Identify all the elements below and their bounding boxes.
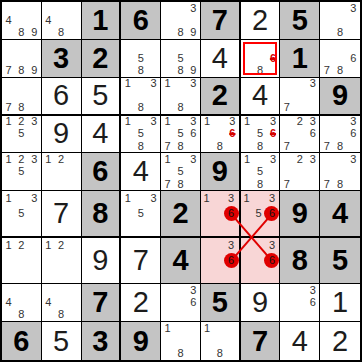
entered-value: 2 bbox=[332, 327, 348, 356]
cell-r8c6[interactable]: 5 bbox=[201, 284, 241, 322]
empty-candidate-slot bbox=[333, 52, 346, 64]
empty-candidate-slot bbox=[147, 40, 160, 52]
empty-candidate-slot bbox=[241, 128, 254, 140]
candidate-3: 3 bbox=[347, 116, 360, 128]
empty-candidate-slot bbox=[201, 268, 212, 283]
entered-value: 4 bbox=[212, 44, 228, 73]
candidate-3: 3 bbox=[306, 78, 319, 90]
empty-candidate-slot bbox=[28, 102, 41, 114]
cell-r1c4[interactable]: 6 bbox=[121, 2, 161, 40]
empty-candidate-slot bbox=[161, 297, 174, 309]
cell-r8c5[interactable]: 36 bbox=[161, 284, 201, 322]
empty-candidate-slot bbox=[253, 191, 265, 206]
empty-candidate-slot bbox=[201, 347, 214, 360]
empty-candidate-slot bbox=[306, 166, 319, 178]
candidate-9: 9 bbox=[28, 27, 41, 39]
cell-r4c7[interactable]: 13568 bbox=[241, 116, 281, 154]
given-value: 4 bbox=[172, 246, 188, 275]
cell-r2c8[interactable]: 1 bbox=[280, 40, 320, 78]
empty-candidate-slot bbox=[2, 52, 15, 64]
candidate-8: 8 bbox=[134, 140, 147, 152]
candidate-2: 2 bbox=[15, 238, 28, 253]
cell-r4c9[interactable]: 3678 bbox=[320, 116, 360, 154]
given-value: 7 bbox=[252, 327, 268, 356]
candidate-3: 3 bbox=[147, 78, 160, 90]
cell-r2c6[interactable]: 4 bbox=[201, 40, 241, 78]
candidate-grid: 68 bbox=[241, 40, 280, 77]
candidate-1: 1 bbox=[241, 116, 254, 128]
candidate-4: 4 bbox=[2, 297, 15, 309]
cell-r4c1[interactable]: 1235 bbox=[2, 116, 42, 154]
empty-candidate-slot bbox=[42, 2, 55, 14]
empty-candidate-slot bbox=[161, 102, 174, 114]
empty-candidate-slot bbox=[15, 221, 28, 236]
cell-r9c9[interactable]: 2 bbox=[320, 322, 360, 360]
candidate-9: 9 bbox=[187, 64, 200, 76]
given-value: 5 bbox=[292, 6, 308, 35]
candidate-grid: 1356 bbox=[241, 191, 280, 236]
cell-r3c7[interactable]: 4 bbox=[241, 78, 281, 116]
empty-candidate-slot bbox=[280, 153, 293, 165]
candidate-7: 7 bbox=[320, 140, 333, 152]
cell-r9c3[interactable]: 3 bbox=[82, 322, 122, 360]
candidate-grid: 135 bbox=[121, 191, 160, 236]
empty-candidate-slot bbox=[254, 153, 267, 165]
candidate-8: 8 bbox=[174, 178, 187, 190]
empty-candidate-slot bbox=[2, 40, 15, 52]
cell-r5c8[interactable]: 237 bbox=[280, 153, 320, 191]
cell-r2c4[interactable]: 58 bbox=[121, 40, 161, 78]
candidate-8: 8 bbox=[174, 27, 187, 39]
given-value: 6 bbox=[13, 327, 29, 356]
circled-candidate-6: 6 bbox=[224, 206, 239, 221]
cell-r1c2[interactable]: 48 bbox=[42, 2, 82, 40]
candidate-grid: 13568 bbox=[241, 116, 280, 153]
cell-r6c9[interactable]: 4 bbox=[320, 191, 360, 238]
cell-r6c4[interactable]: 135 bbox=[121, 191, 161, 238]
candidate-grid: 18 bbox=[201, 322, 239, 360]
candidate-8: 8 bbox=[174, 102, 187, 114]
candidate-1: 1 bbox=[2, 238, 15, 253]
empty-candidate-slot bbox=[280, 116, 293, 128]
empty-candidate-slot bbox=[161, 52, 174, 64]
candidate-1: 1 bbox=[42, 153, 55, 165]
candidate-8: 8 bbox=[333, 27, 346, 39]
empty-candidate-slot bbox=[226, 322, 239, 335]
empty-candidate-slot bbox=[280, 309, 293, 321]
given-value: 2 bbox=[172, 199, 188, 228]
cell-r7c8[interactable]: 8 bbox=[280, 238, 320, 284]
candidate-slot-6: 6 bbox=[264, 206, 279, 221]
empty-candidate-slot bbox=[68, 178, 81, 190]
empty-candidate-slot bbox=[187, 347, 200, 360]
empty-candidate-slot bbox=[201, 238, 212, 253]
empty-candidate-slot bbox=[15, 268, 28, 283]
empty-candidate-slot bbox=[293, 78, 306, 90]
cell-r3c2[interactable]: 6 bbox=[42, 78, 82, 116]
candidate-8: 8 bbox=[254, 64, 267, 76]
entered-value: 4 bbox=[133, 157, 149, 186]
candidate-grid: 135 bbox=[2, 191, 41, 236]
empty-candidate-slot bbox=[2, 128, 15, 140]
candidate-grid: 48 bbox=[2, 284, 41, 321]
empty-candidate-slot bbox=[187, 140, 200, 152]
given-value: 3 bbox=[92, 327, 108, 356]
cell-r9c1[interactable]: 6 bbox=[2, 322, 42, 360]
empty-candidate-slot bbox=[28, 52, 41, 64]
empty-candidate-slot bbox=[306, 178, 319, 190]
cell-r6c8[interactable]: 9 bbox=[280, 191, 320, 238]
cell-r4c6[interactable]: 1368 bbox=[201, 116, 241, 154]
empty-candidate-slot bbox=[2, 90, 15, 102]
cell-r8c4[interactable]: 2 bbox=[121, 284, 161, 322]
candidate-3: 3 bbox=[306, 284, 319, 296]
empty-candidate-slot bbox=[212, 268, 223, 283]
empty-candidate-slot bbox=[147, 206, 160, 221]
cell-r5c6[interactable]: 9 bbox=[201, 153, 241, 191]
cell-r6c7[interactable]: 1356 bbox=[241, 191, 281, 238]
cell-r8c3[interactable]: 7 bbox=[82, 284, 122, 322]
candidate-grid: 378 bbox=[320, 153, 360, 190]
candidate-4: 4 bbox=[42, 14, 55, 26]
empty-candidate-slot bbox=[254, 116, 267, 128]
cell-r1c5[interactable]: 389 bbox=[161, 2, 201, 40]
empty-candidate-slot bbox=[264, 221, 279, 236]
empty-candidate-slot bbox=[147, 90, 160, 102]
cell-r2c1[interactable]: 789 bbox=[2, 40, 42, 78]
circled-candidate-6: 6 bbox=[264, 206, 279, 221]
eliminated-candidate-6: 6 bbox=[267, 52, 280, 64]
candidate-4: 4 bbox=[42, 297, 55, 309]
empty-candidate-slot bbox=[15, 2, 28, 14]
candidate-grid: 135678 bbox=[161, 116, 200, 153]
cell-r8c2[interactable]: 48 bbox=[42, 284, 82, 322]
candidate-grid: 138 bbox=[161, 78, 200, 114]
empty-candidate-slot bbox=[333, 153, 346, 165]
empty-candidate-slot bbox=[15, 14, 28, 26]
empty-candidate-slot bbox=[347, 64, 360, 76]
candidate-8: 8 bbox=[333, 178, 346, 190]
candidate-8: 8 bbox=[134, 64, 147, 76]
empty-candidate-slot bbox=[134, 191, 147, 206]
empty-candidate-slot bbox=[293, 297, 306, 309]
candidate-grid: 37 bbox=[280, 78, 319, 114]
given-value: 1 bbox=[292, 44, 308, 73]
cell-r2c9[interactable]: 678 bbox=[320, 40, 360, 78]
empty-candidate-slot bbox=[121, 90, 134, 102]
entered-value: 2 bbox=[252, 6, 268, 35]
cell-r9c2[interactable]: 5 bbox=[42, 322, 82, 360]
cell-r5c4[interactable]: 4 bbox=[121, 153, 161, 191]
empty-candidate-slot bbox=[147, 64, 160, 76]
candidate-2: 2 bbox=[293, 116, 306, 128]
empty-candidate-slot bbox=[293, 140, 306, 152]
candidate-6: 6 bbox=[306, 297, 319, 309]
cell-r6c6[interactable]: 136 bbox=[201, 191, 241, 238]
given-value: 8 bbox=[292, 246, 308, 275]
given-value: 8 bbox=[92, 199, 108, 228]
empty-candidate-slot bbox=[55, 178, 68, 190]
candidate-3: 3 bbox=[347, 2, 360, 14]
empty-candidate-slot bbox=[213, 116, 226, 128]
cell-r3c9[interactable]: 9 bbox=[320, 78, 360, 116]
empty-candidate-slot bbox=[320, 153, 333, 165]
cell-r5c2[interactable]: 12 bbox=[42, 153, 82, 191]
candidate-1: 1 bbox=[241, 191, 253, 206]
cell-r8c7[interactable]: 9 bbox=[241, 284, 281, 322]
candidate-3: 3 bbox=[147, 116, 160, 128]
given-value: 1 bbox=[92, 6, 108, 35]
candidate-5: 5 bbox=[253, 206, 265, 221]
empty-candidate-slot bbox=[161, 166, 174, 178]
empty-candidate-slot bbox=[253, 238, 265, 253]
empty-candidate-slot bbox=[174, 2, 187, 14]
cell-r7c5[interactable]: 4 bbox=[161, 238, 201, 284]
empty-candidate-slot bbox=[121, 52, 134, 64]
candidate-3: 3 bbox=[187, 78, 200, 90]
empty-candidate-slot bbox=[241, 64, 254, 76]
candidate-7: 7 bbox=[280, 102, 293, 114]
empty-candidate-slot bbox=[15, 40, 28, 52]
candidate-3: 3 bbox=[28, 116, 41, 128]
empty-candidate-slot bbox=[187, 166, 200, 178]
entered-value: 9 bbox=[92, 246, 108, 275]
candidate-5: 5 bbox=[134, 206, 147, 221]
empty-candidate-slot bbox=[28, 309, 41, 321]
cell-r4c3[interactable]: 4 bbox=[82, 116, 122, 154]
empty-candidate-slot bbox=[264, 268, 279, 283]
cell-r9c6[interactable]: 18 bbox=[201, 322, 241, 360]
cell-r5c5[interactable]: 13578 bbox=[161, 153, 201, 191]
cell-r2c2[interactable]: 3 bbox=[42, 40, 82, 78]
cell-r5c9[interactable]: 378 bbox=[320, 153, 360, 191]
empty-candidate-slot bbox=[161, 40, 174, 52]
empty-candidate-slot bbox=[224, 221, 239, 236]
circled-candidate-6: 6 bbox=[264, 253, 279, 268]
cell-r4c5[interactable]: 135678 bbox=[161, 116, 201, 154]
given-value: 6 bbox=[133, 6, 149, 35]
empty-candidate-slot bbox=[68, 2, 81, 14]
candidate-grid: 36 bbox=[201, 238, 239, 283]
empty-candidate-slot bbox=[68, 297, 81, 309]
empty-candidate-slot bbox=[28, 206, 41, 221]
empty-candidate-slot bbox=[55, 253, 68, 268]
candidate-8: 8 bbox=[55, 309, 68, 321]
cell-r6c1[interactable]: 135 bbox=[2, 191, 42, 238]
candidate-8: 8 bbox=[254, 140, 267, 152]
cell-r3c1[interactable]: 78 bbox=[2, 78, 42, 116]
candidate-5: 5 bbox=[134, 128, 147, 140]
empty-candidate-slot bbox=[2, 253, 15, 268]
cell-r3c3[interactable]: 5 bbox=[82, 78, 122, 116]
empty-candidate-slot bbox=[174, 116, 187, 128]
cell-r3c8[interactable]: 37 bbox=[280, 78, 320, 116]
cell-r8c9[interactable]: 1 bbox=[320, 284, 360, 322]
empty-candidate-slot bbox=[134, 40, 147, 52]
empty-candidate-slot bbox=[161, 335, 174, 348]
cell-r9c5[interactable]: 18 bbox=[161, 322, 201, 360]
empty-candidate-slot bbox=[174, 335, 187, 348]
empty-candidate-slot bbox=[306, 140, 319, 152]
candidate-5: 5 bbox=[174, 128, 187, 140]
candidate-1: 1 bbox=[2, 153, 15, 165]
empty-candidate-slot bbox=[201, 140, 214, 152]
empty-candidate-slot bbox=[280, 284, 293, 296]
cell-r1c1[interactable]: 489 bbox=[2, 2, 42, 40]
empty-candidate-slot bbox=[226, 140, 239, 152]
empty-candidate-slot bbox=[2, 178, 15, 190]
cell-r6c3[interactable]: 8 bbox=[82, 191, 122, 238]
empty-candidate-slot bbox=[147, 140, 160, 152]
entered-value: 9 bbox=[53, 119, 69, 148]
candidate-8: 8 bbox=[213, 140, 226, 152]
empty-candidate-slot bbox=[320, 128, 333, 140]
empty-candidate-slot bbox=[201, 253, 212, 268]
candidate-grid: 48 bbox=[42, 284, 81, 321]
cell-r9c8[interactable]: 4 bbox=[280, 322, 320, 360]
candidate-3: 3 bbox=[224, 191, 239, 206]
candidate-8: 8 bbox=[55, 27, 68, 39]
candidate-8: 8 bbox=[254, 178, 267, 190]
cell-r2c5[interactable]: 589 bbox=[161, 40, 201, 78]
given-value: 2 bbox=[212, 81, 228, 110]
empty-candidate-slot bbox=[187, 90, 200, 102]
empty-candidate-slot bbox=[187, 335, 200, 348]
empty-candidate-slot bbox=[68, 238, 81, 253]
cell-r1c9[interactable]: 38 bbox=[320, 2, 360, 40]
cell-r7c4[interactable]: 7 bbox=[121, 238, 161, 284]
cell-r3c6[interactable]: 2 bbox=[201, 78, 241, 116]
empty-candidate-slot bbox=[2, 221, 15, 236]
empty-candidate-slot bbox=[226, 335, 239, 348]
empty-candidate-slot bbox=[28, 14, 41, 26]
candidate-5: 5 bbox=[174, 166, 187, 178]
empty-candidate-slot bbox=[174, 78, 187, 90]
candidate-3: 3 bbox=[306, 116, 319, 128]
entered-value: 7 bbox=[53, 199, 69, 228]
empty-candidate-slot bbox=[201, 128, 214, 140]
empty-candidate-slot bbox=[28, 90, 41, 102]
empty-candidate-slot bbox=[241, 221, 253, 236]
cell-r1c7[interactable]: 2 bbox=[241, 2, 281, 40]
candidate-3: 3 bbox=[226, 116, 239, 128]
cell-r9c7[interactable]: 7 bbox=[241, 322, 281, 360]
cell-r3c5[interactable]: 138 bbox=[161, 78, 201, 116]
candidate-8: 8 bbox=[174, 347, 187, 360]
cell-r1c8[interactable]: 5 bbox=[280, 2, 320, 40]
candidate-5: 5 bbox=[15, 166, 28, 178]
cell-r7c1[interactable]: 12 bbox=[2, 238, 42, 284]
empty-candidate-slot bbox=[68, 268, 81, 283]
cell-r1c3[interactable]: 1 bbox=[82, 2, 122, 40]
empty-candidate-slot bbox=[2, 268, 15, 283]
cell-r4c8[interactable]: 2367 bbox=[280, 116, 320, 154]
candidate-grid: 3678 bbox=[320, 116, 360, 153]
empty-candidate-slot bbox=[187, 322, 200, 335]
empty-candidate-slot bbox=[333, 2, 346, 14]
cell-r5c7[interactable]: 1358 bbox=[241, 153, 281, 191]
cell-r6c5[interactable]: 2 bbox=[161, 191, 201, 238]
candidate-5: 5 bbox=[174, 52, 187, 64]
empty-candidate-slot bbox=[28, 128, 41, 140]
empty-candidate-slot bbox=[280, 297, 293, 309]
cell-r7c6[interactable]: 36 bbox=[201, 238, 241, 284]
empty-candidate-slot bbox=[254, 52, 267, 64]
cell-r2c7[interactable]: 68 bbox=[241, 40, 281, 78]
candidate-1: 1 bbox=[2, 116, 15, 128]
entered-value: 5 bbox=[53, 327, 69, 356]
candidate-grid: 1235 bbox=[2, 116, 41, 153]
empty-candidate-slot bbox=[320, 52, 333, 64]
empty-candidate-slot bbox=[161, 27, 174, 39]
empty-candidate-slot bbox=[241, 253, 253, 268]
candidate-grid: 489 bbox=[2, 2, 41, 39]
empty-candidate-slot bbox=[333, 40, 346, 52]
cell-r8c8[interactable]: 36 bbox=[280, 284, 320, 322]
empty-candidate-slot bbox=[293, 309, 306, 321]
cell-r5c3[interactable]: 6 bbox=[82, 153, 122, 191]
empty-candidate-slot bbox=[174, 284, 187, 296]
candidate-7: 7 bbox=[161, 178, 174, 190]
empty-candidate-slot bbox=[320, 40, 333, 52]
candidate-3: 3 bbox=[264, 191, 279, 206]
empty-candidate-slot bbox=[174, 309, 187, 321]
cell-r3c4[interactable]: 138 bbox=[121, 78, 161, 116]
candidate-2: 2 bbox=[15, 116, 28, 128]
empty-candidate-slot bbox=[15, 297, 28, 309]
cell-r1c6[interactable]: 7 bbox=[201, 2, 241, 40]
empty-candidate-slot bbox=[147, 221, 160, 236]
candidate-1: 1 bbox=[201, 191, 212, 206]
candidate-9: 9 bbox=[187, 27, 200, 39]
cell-r4c2[interactable]: 9 bbox=[42, 116, 82, 154]
empty-candidate-slot bbox=[161, 2, 174, 14]
candidate-7: 7 bbox=[2, 64, 15, 76]
candidate-7: 7 bbox=[161, 140, 174, 152]
cell-r7c2[interactable]: 12 bbox=[42, 238, 82, 284]
given-value: 3 bbox=[53, 44, 69, 73]
candidate-3: 3 bbox=[267, 116, 280, 128]
empty-candidate-slot bbox=[121, 221, 134, 236]
empty-candidate-slot bbox=[174, 90, 187, 102]
candidate-3: 3 bbox=[147, 191, 160, 206]
eliminated-candidate-6: 6 bbox=[226, 128, 239, 140]
cell-r7c9[interactable]: 5 bbox=[320, 238, 360, 284]
candidate-5: 5 bbox=[254, 128, 267, 140]
empty-candidate-slot bbox=[134, 116, 147, 128]
empty-candidate-slot bbox=[161, 284, 174, 296]
cell-r6c2[interactable]: 7 bbox=[42, 191, 82, 238]
empty-candidate-slot bbox=[241, 166, 254, 178]
cell-r2c3[interactable]: 2 bbox=[82, 40, 122, 78]
empty-candidate-slot bbox=[212, 206, 223, 221]
cell-r9c4[interactable]: 9 bbox=[121, 322, 161, 360]
candidate-1: 1 bbox=[121, 78, 134, 90]
candidate-grid: 36 bbox=[241, 238, 280, 283]
cell-r5c1[interactable]: 1235 bbox=[2, 153, 42, 191]
cell-r7c7[interactable]: 36 bbox=[241, 238, 281, 284]
cell-r4c4[interactable]: 1358 bbox=[121, 116, 161, 154]
empty-candidate-slot bbox=[267, 166, 280, 178]
empty-candidate-slot bbox=[55, 284, 68, 296]
empty-candidate-slot bbox=[187, 52, 200, 64]
empty-candidate-slot bbox=[28, 178, 41, 190]
cell-r8c1[interactable]: 48 bbox=[2, 284, 42, 322]
candidate-7: 7 bbox=[2, 102, 15, 114]
cell-r7c3[interactable]: 9 bbox=[82, 238, 122, 284]
empty-candidate-slot bbox=[68, 309, 81, 321]
empty-candidate-slot bbox=[241, 40, 254, 52]
